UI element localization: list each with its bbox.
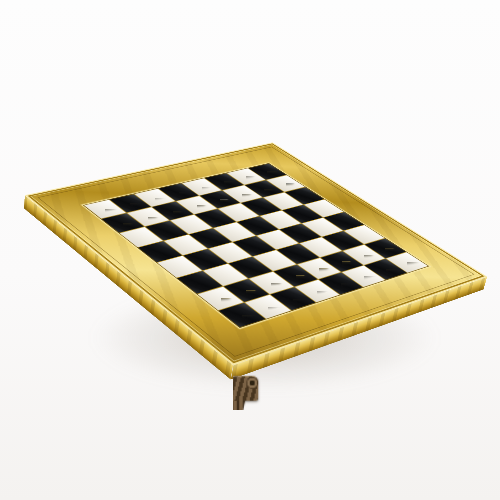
chess-board-frame: ♜♟♟♜♞♟♟♞♝♟♟♝♚♟♟♚♛♟♟♛♝♟♟♝♞♟♟♞♜♟♟♜ [25, 142, 487, 365]
corner-foot [208, 376, 258, 419]
board-grid: ♜♟♟♜♞♟♟♞♝♟♟♝♚♟♟♚♛♟♟♛♝♟♟♝♞♟♟♞♜♟♟♜ [84, 164, 428, 328]
square-a7[interactable]: ♟ [102, 213, 144, 233]
piece-gold-rook-a1[interactable]: ♜ [204, 278, 280, 320]
foot-ionic-capital [208, 376, 258, 401]
product-photo-scene: ♜♟♟♜♞♟♟♞♝♟♟♝♚♟♟♚♛♟♟♛♝♟♟♝♞♟♟♞♜♟♟♜ [0, 0, 500, 500]
square-a1[interactable]: ♜ [219, 303, 266, 327]
square-h5[interactable] [304, 199, 343, 217]
foot-fluted-stem [221, 401, 245, 418]
piece-silver-pawn-a7[interactable]: ♟ [88, 199, 157, 227]
perspective-wrapper: ♜♟♟♜♞♟♟♞♝♟♟♝♚♟♟♚♛♟♟♛♝♟♟♝♞♟♟♞♜♟♟♜ [0, 0, 500, 500]
